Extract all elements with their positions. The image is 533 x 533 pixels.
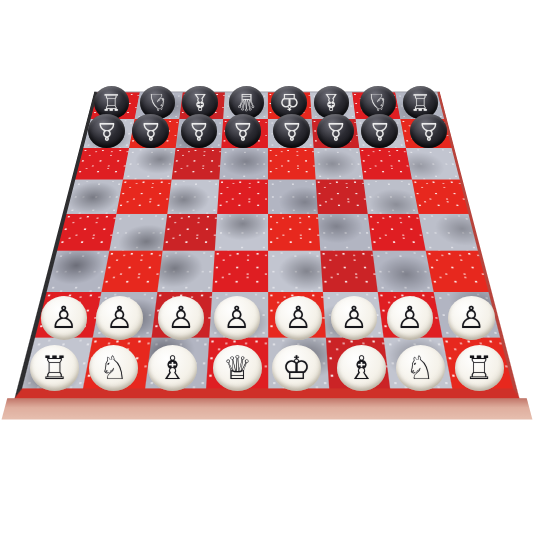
- piece-white-bishop-c1[interactable]: ♗: [148, 345, 197, 391]
- white-pawn-icon: ♙: [396, 303, 423, 334]
- white-king-icon: ♔: [282, 352, 311, 384]
- square-h3[interactable]: [425, 251, 488, 292]
- square-b3[interactable]: [102, 251, 162, 292]
- square-b5[interactable]: [117, 179, 172, 213]
- black-bishop-icon: ♗: [321, 91, 342, 114]
- piece-white-pawn-a2[interactable]: ♙: [41, 296, 87, 339]
- black-pawn-icon: ♙: [232, 119, 254, 143]
- square-g6[interactable]: [360, 148, 412, 179]
- black-queen-icon: ♕: [236, 91, 257, 114]
- black-knight-icon: ♘: [147, 91, 168, 114]
- square-f4[interactable]: [318, 213, 373, 250]
- piece-black-pawn-g7[interactable]: ♙: [361, 114, 398, 148]
- piece-white-pawn-g2[interactable]: ♙: [387, 296, 433, 339]
- square-c5[interactable]: [167, 179, 219, 213]
- white-rook-icon: ♖: [465, 352, 494, 384]
- square-a4[interactable]: [57, 213, 117, 250]
- black-pawn-icon: ♙: [96, 119, 118, 143]
- piece-white-queen-d1[interactable]: ♕: [213, 345, 262, 391]
- square-c4[interactable]: [162, 213, 217, 250]
- black-pawn-icon: ♙: [188, 119, 210, 143]
- piece-white-pawn-e2[interactable]: ♙: [275, 296, 321, 339]
- black-king-icon: ♔: [279, 91, 300, 114]
- piece-white-rook-h1[interactable]: ♖: [455, 345, 504, 391]
- black-rook-icon: ♖: [410, 91, 431, 114]
- square-e5[interactable]: [267, 179, 317, 213]
- piece-black-pawn-f7[interactable]: ♙: [317, 114, 354, 148]
- piece-black-pawn-b7[interactable]: ♙: [132, 114, 169, 148]
- white-pawn-icon: ♙: [285, 303, 312, 334]
- piece-white-pawn-f2[interactable]: ♙: [331, 296, 377, 339]
- square-b6[interactable]: [123, 148, 175, 179]
- black-bishop-icon: ♗: [190, 91, 211, 114]
- white-bishop-icon: ♗: [347, 352, 376, 384]
- square-d3[interactable]: [212, 251, 267, 292]
- square-f6[interactable]: [313, 148, 363, 179]
- white-knight-icon: ♘: [99, 352, 128, 384]
- square-d4[interactable]: [215, 213, 268, 250]
- piece-black-pawn-a7[interactable]: ♙: [88, 114, 125, 148]
- square-a3[interactable]: [47, 251, 110, 292]
- board-side-edge: [2, 398, 533, 419]
- white-pawn-icon: ♙: [167, 303, 194, 334]
- piece-black-pawn-h7[interactable]: ♙: [410, 114, 447, 148]
- white-pawn-icon: ♙: [223, 303, 250, 334]
- square-b4[interactable]: [110, 213, 167, 250]
- piece-white-knight-g1[interactable]: ♘: [396, 345, 445, 391]
- piece-white-pawn-h2[interactable]: ♙: [448, 296, 494, 339]
- piece-white-pawn-d2[interactable]: ♙: [214, 296, 260, 339]
- square-d5[interactable]: [217, 179, 267, 213]
- white-pawn-icon: ♙: [50, 303, 77, 334]
- square-f3[interactable]: [320, 251, 378, 292]
- white-queen-icon: ♕: [223, 352, 252, 384]
- square-h4[interactable]: [418, 213, 478, 250]
- square-e6[interactable]: [267, 148, 315, 179]
- chessboard-photo: ♖♘♗♕♔♗♘♖♙♙♙♙♙♙♙♙♙♙♙♙♙♙♙♙♖♘♗♕♔♗♘♖: [0, 0, 533, 533]
- white-bishop-icon: ♗: [158, 352, 187, 384]
- square-e4[interactable]: [267, 213, 320, 250]
- square-a5[interactable]: [67, 179, 124, 213]
- black-rook-icon: ♖: [101, 91, 122, 114]
- white-pawn-icon: ♙: [106, 303, 133, 334]
- piece-black-pawn-e7[interactable]: ♙: [273, 114, 310, 148]
- black-knight-icon: ♘: [367, 91, 388, 114]
- square-g5[interactable]: [364, 179, 419, 213]
- square-d6[interactable]: [219, 148, 267, 179]
- square-e3[interactable]: [268, 251, 323, 292]
- white-knight-icon: ♘: [406, 352, 435, 384]
- square-h5[interactable]: [412, 179, 469, 213]
- square-a6[interactable]: [75, 148, 129, 179]
- black-pawn-icon: ♙: [281, 119, 303, 143]
- square-c6[interactable]: [171, 148, 221, 179]
- black-pawn-icon: ♙: [418, 119, 440, 143]
- white-pawn-icon: ♙: [340, 303, 367, 334]
- black-pawn-icon: ♙: [369, 119, 391, 143]
- piece-white-king-e1[interactable]: ♔: [272, 345, 321, 391]
- piece-white-pawn-c2[interactable]: ♙: [158, 296, 204, 339]
- square-g3[interactable]: [373, 251, 434, 292]
- square-g4[interactable]: [368, 213, 425, 250]
- black-pawn-icon: ♙: [325, 119, 347, 143]
- piece-white-rook-a1[interactable]: ♖: [30, 345, 79, 391]
- white-rook-icon: ♖: [40, 352, 69, 384]
- piece-white-bishop-f1[interactable]: ♗: [337, 345, 386, 391]
- square-f5[interactable]: [316, 179, 368, 213]
- piece-white-knight-b1[interactable]: ♘: [89, 345, 138, 391]
- square-c3[interactable]: [157, 251, 215, 292]
- square-h6[interactable]: [406, 148, 460, 179]
- piece-white-pawn-b2[interactable]: ♙: [96, 296, 142, 339]
- black-pawn-icon: ♙: [140, 119, 162, 143]
- white-pawn-icon: ♙: [458, 303, 485, 334]
